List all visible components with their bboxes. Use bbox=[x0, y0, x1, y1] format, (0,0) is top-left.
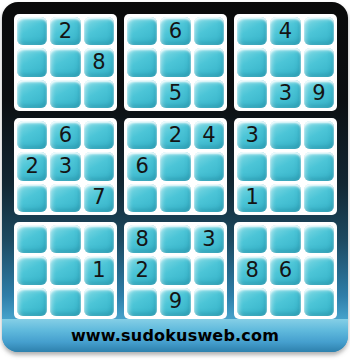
cell-r5c9[interactable] bbox=[304, 152, 334, 180]
cell-r6c9[interactable] bbox=[304, 184, 334, 212]
board-frame: 28654396237246311832986 www.sudokusweb.c… bbox=[2, 2, 348, 352]
cell-r6c1[interactable] bbox=[17, 184, 47, 212]
cell-r2c5[interactable] bbox=[160, 48, 190, 76]
cell-r1c6[interactable] bbox=[194, 17, 224, 45]
cell-r7c5[interactable] bbox=[160, 225, 190, 253]
cell-r1c3[interactable] bbox=[84, 17, 114, 45]
cell-r2c3[interactable]: 8 bbox=[84, 48, 114, 76]
cell-r9c7[interactable] bbox=[237, 288, 267, 316]
cell-r5c4[interactable]: 6 bbox=[127, 152, 157, 180]
cell-r7c1[interactable] bbox=[17, 225, 47, 253]
cell-r9c2[interactable] bbox=[50, 288, 80, 316]
cell-r5c6[interactable] bbox=[194, 152, 224, 180]
cell-r8c9[interactable] bbox=[304, 256, 334, 284]
box-2: 65 bbox=[124, 14, 227, 111]
cell-r1c4[interactable] bbox=[127, 17, 157, 45]
cell-r9c5[interactable]: 9 bbox=[160, 288, 190, 316]
cell-r3c5[interactable]: 5 bbox=[160, 80, 190, 108]
cell-r3c3[interactable] bbox=[84, 80, 114, 108]
cell-r7c3[interactable] bbox=[84, 225, 114, 253]
cell-r1c5[interactable]: 6 bbox=[160, 17, 190, 45]
cell-r2c7[interactable] bbox=[237, 48, 267, 76]
cell-r4c5[interactable]: 2 bbox=[160, 121, 190, 149]
cell-r4c8[interactable] bbox=[270, 121, 300, 149]
cell-r9c9[interactable] bbox=[304, 288, 334, 316]
box-1: 28 bbox=[14, 14, 117, 111]
cell-r3c1[interactable] bbox=[17, 80, 47, 108]
cell-r6c2[interactable] bbox=[50, 184, 80, 212]
cell-r8c2[interactable] bbox=[50, 256, 80, 284]
cell-r4c2[interactable]: 6 bbox=[50, 121, 80, 149]
cell-r9c6[interactable] bbox=[194, 288, 224, 316]
box-3: 439 bbox=[234, 14, 337, 111]
cell-r7c8[interactable] bbox=[270, 225, 300, 253]
cell-r3c2[interactable] bbox=[50, 80, 80, 108]
cell-r2c8[interactable] bbox=[270, 48, 300, 76]
box-5: 246 bbox=[124, 118, 227, 215]
cell-r3c9[interactable]: 9 bbox=[304, 80, 334, 108]
cell-r4c6[interactable]: 4 bbox=[194, 121, 224, 149]
cell-r3c6[interactable] bbox=[194, 80, 224, 108]
cell-r2c6[interactable] bbox=[194, 48, 224, 76]
cell-r7c7[interactable] bbox=[237, 225, 267, 253]
cell-r8c5[interactable] bbox=[160, 256, 190, 284]
cell-r3c4[interactable] bbox=[127, 80, 157, 108]
cell-r3c8[interactable]: 3 bbox=[270, 80, 300, 108]
cell-r7c4[interactable]: 8 bbox=[127, 225, 157, 253]
footer-bar: www.sudokusweb.com bbox=[2, 319, 348, 352]
cell-r1c8[interactable]: 4 bbox=[270, 17, 300, 45]
cell-r5c1[interactable]: 2 bbox=[17, 152, 47, 180]
cell-r7c6[interactable]: 3 bbox=[194, 225, 224, 253]
cell-r6c7[interactable]: 1 bbox=[237, 184, 267, 212]
cell-r4c4[interactable] bbox=[127, 121, 157, 149]
cell-r1c9[interactable] bbox=[304, 17, 334, 45]
cell-r4c7[interactable]: 3 bbox=[237, 121, 267, 149]
cell-r5c5[interactable] bbox=[160, 152, 190, 180]
cell-r9c3[interactable] bbox=[84, 288, 114, 316]
cell-r6c4[interactable] bbox=[127, 184, 157, 212]
cell-r8c3[interactable]: 1 bbox=[84, 256, 114, 284]
cell-r6c6[interactable] bbox=[194, 184, 224, 212]
cell-r5c2[interactable]: 3 bbox=[50, 152, 80, 180]
box-6: 31 bbox=[234, 118, 337, 215]
cell-r9c1[interactable] bbox=[17, 288, 47, 316]
box-8: 8329 bbox=[124, 222, 227, 319]
cell-r2c4[interactable] bbox=[127, 48, 157, 76]
sudoku-grid: 28654396237246311832986 bbox=[14, 14, 337, 319]
cell-r8c7[interactable]: 8 bbox=[237, 256, 267, 284]
cell-r5c3[interactable] bbox=[84, 152, 114, 180]
website-link[interactable]: www.sudokusweb.com bbox=[71, 326, 279, 345]
cell-r1c2[interactable]: 2 bbox=[50, 17, 80, 45]
cell-r7c2[interactable] bbox=[50, 225, 80, 253]
cell-r5c8[interactable] bbox=[270, 152, 300, 180]
cell-r4c1[interactable] bbox=[17, 121, 47, 149]
cell-r6c8[interactable] bbox=[270, 184, 300, 212]
cell-r2c2[interactable] bbox=[50, 48, 80, 76]
cell-r2c1[interactable] bbox=[17, 48, 47, 76]
cell-r1c1[interactable] bbox=[17, 17, 47, 45]
cell-r8c8[interactable]: 6 bbox=[270, 256, 300, 284]
cell-r8c4[interactable]: 2 bbox=[127, 256, 157, 284]
cell-r4c9[interactable] bbox=[304, 121, 334, 149]
cell-r6c5[interactable] bbox=[160, 184, 190, 212]
box-7: 1 bbox=[14, 222, 117, 319]
cell-r7c9[interactable] bbox=[304, 225, 334, 253]
box-9: 86 bbox=[234, 222, 337, 319]
cell-r9c4[interactable] bbox=[127, 288, 157, 316]
box-4: 6237 bbox=[14, 118, 117, 215]
cell-r8c6[interactable] bbox=[194, 256, 224, 284]
cell-r5c7[interactable] bbox=[237, 152, 267, 180]
cell-r9c8[interactable] bbox=[270, 288, 300, 316]
cell-r4c3[interactable] bbox=[84, 121, 114, 149]
cell-r3c7[interactable] bbox=[237, 80, 267, 108]
cell-r6c3[interactable]: 7 bbox=[84, 184, 114, 212]
sudoku-board: 28654396237246311832986 www.sudokusweb.c… bbox=[0, 0, 350, 360]
cell-r8c1[interactable] bbox=[17, 256, 47, 284]
cell-r2c9[interactable] bbox=[304, 48, 334, 76]
cell-r1c7[interactable] bbox=[237, 17, 267, 45]
